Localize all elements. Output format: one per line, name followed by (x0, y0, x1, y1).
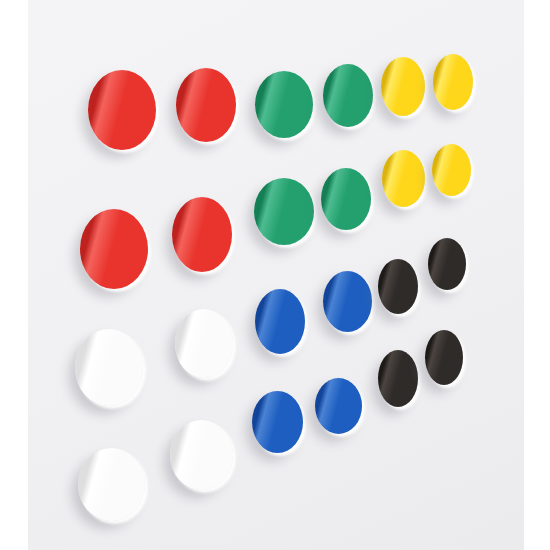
magnet-red (80, 209, 148, 289)
magnet-green (255, 71, 313, 138)
magnet-yellow (382, 150, 425, 207)
magnet-black (378, 259, 418, 314)
magnet-red (88, 70, 156, 150)
magnet-red (172, 197, 232, 272)
magnet-white (78, 448, 145, 521)
magnet-grid (0, 0, 550, 550)
magnet-green (321, 168, 371, 230)
magnet-blue (323, 271, 372, 332)
magnet-white (75, 329, 143, 406)
magnet-black (378, 350, 418, 407)
magnet-blue (255, 289, 305, 354)
magnet-green (323, 64, 373, 127)
magnet-blue (252, 391, 303, 453)
magnet-green (254, 178, 314, 245)
magnet-black (425, 330, 463, 385)
product-photo (0, 0, 550, 550)
magnet-yellow (433, 54, 473, 110)
magnet-yellow (381, 57, 425, 116)
magnet-red (176, 68, 236, 142)
magnet-blue (315, 378, 362, 434)
magnet-white (170, 420, 233, 490)
magnet-yellow (432, 144, 471, 196)
magnet-black (428, 238, 466, 290)
magnet-white (175, 309, 233, 378)
